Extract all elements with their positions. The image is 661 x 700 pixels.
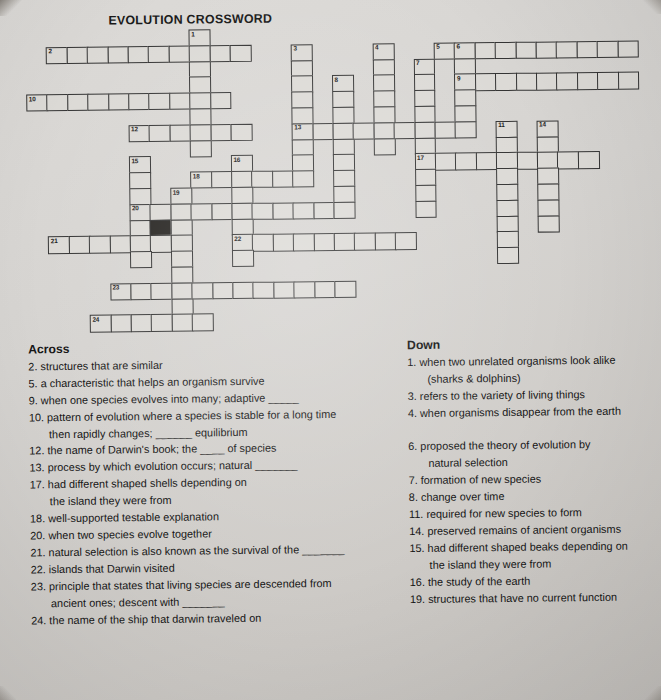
grid-cell[interactable] <box>333 202 355 220</box>
grid-cell[interactable] <box>313 202 335 220</box>
grid-cell[interactable] <box>474 42 496 60</box>
grid-cell[interactable] <box>497 247 519 265</box>
down-clue-15: 15. had different shaped beaks depending… <box>409 537 661 574</box>
clue-number-1: 1 <box>191 31 194 37</box>
down-clue-line: 4. when organisms disappear from the ear… <box>408 402 661 422</box>
grid-cell[interactable] <box>69 236 91 254</box>
grid-cell[interactable]: 2 <box>46 47 68 65</box>
grid-cell[interactable] <box>67 94 89 112</box>
grid-cell[interactable] <box>556 41 578 59</box>
grid-cell[interactable] <box>107 46 129 64</box>
clue-number-6: 6 <box>457 44 460 50</box>
grid-cell[interactable] <box>578 151 600 169</box>
grid-cell[interactable] <box>253 281 275 299</box>
grid-cell[interactable] <box>557 152 579 170</box>
crossword-grid: 123456789101213111415161718192021222324 <box>0 0 661 349</box>
clue-number-9: 9 <box>457 75 460 81</box>
grid-cell[interactable] <box>169 93 191 111</box>
grid-cell[interactable] <box>66 47 88 65</box>
grid-cell[interactable] <box>230 45 252 63</box>
grid-cell[interactable] <box>169 124 191 142</box>
grid-cell[interactable] <box>314 281 336 299</box>
clue-number-24: 24 <box>92 317 99 323</box>
grid-cell[interactable] <box>334 233 356 251</box>
grid-cell[interactable]: 12 <box>129 125 151 143</box>
grid-cell[interactable] <box>251 171 273 189</box>
grid-cell[interactable] <box>210 124 232 142</box>
clue-number-14: 14 <box>539 122 546 128</box>
grid-cell[interactable] <box>191 203 213 221</box>
down-clue-19: 19. structures that have no current func… <box>410 588 661 608</box>
grid-cell[interactable] <box>110 315 132 333</box>
grid-cell[interactable] <box>211 171 233 189</box>
grid-cell[interactable] <box>455 121 477 139</box>
grid-cell[interactable] <box>209 45 231 63</box>
clue-number-20: 20 <box>132 205 139 211</box>
grid-cell[interactable]: 24 <box>90 315 112 333</box>
down-clue-line: 15. had different shaped beaks depending… <box>409 537 661 557</box>
grid-cell[interactable] <box>272 202 294 220</box>
grid-cell[interactable] <box>192 314 214 332</box>
clue-number-15: 15 <box>131 158 138 164</box>
grid-cell[interactable] <box>415 201 437 219</box>
grid-cell[interactable] <box>128 93 150 111</box>
clue-number-2: 2 <box>49 48 52 54</box>
clue-number-21: 21 <box>51 238 58 244</box>
clue-number-17: 17 <box>417 155 424 161</box>
clue-number-7: 7 <box>416 60 419 66</box>
down-clues-list: 1. when two unrelated organisms look ali… <box>407 351 661 607</box>
down-clue-line: 19. structures that have no current func… <box>410 588 661 608</box>
grid-cell[interactable] <box>109 236 131 254</box>
grid-cell[interactable] <box>87 46 109 64</box>
across-clues-list: 2. structures that are similar5. a chara… <box>28 354 405 629</box>
grid-cell[interactable] <box>211 203 233 221</box>
grid-cell[interactable] <box>617 40 639 58</box>
grid-cell[interactable] <box>375 233 397 251</box>
clue-number-13: 13 <box>294 125 301 131</box>
grid-cell[interactable] <box>353 122 375 140</box>
grid-cell[interactable] <box>354 233 376 251</box>
grid-cell[interactable] <box>618 72 640 90</box>
across-clues-column: Across 2. structures that are similar5. … <box>28 337 405 629</box>
grid-cell[interactable] <box>252 234 274 252</box>
grid-cell[interactable] <box>577 72 599 90</box>
grid-cell[interactable] <box>538 215 560 233</box>
grid-cell[interactable] <box>108 93 130 111</box>
grid-cell[interactable] <box>131 314 153 332</box>
clue-number-23: 23 <box>112 285 119 291</box>
across-clue-17: 17. had different shaped shells dependin… <box>30 472 404 510</box>
grid-cell[interactable] <box>597 41 619 59</box>
grid-cell[interactable] <box>476 152 498 170</box>
grid-cell[interactable] <box>128 46 150 64</box>
grid-cell[interactable] <box>149 125 171 143</box>
grid-cell[interactable] <box>252 202 274 220</box>
clue-number-5: 5 <box>436 44 439 50</box>
grid-cell[interactable]: 23 <box>110 283 132 301</box>
clue-number-16: 16 <box>233 157 240 163</box>
clue-number-18: 18 <box>193 173 200 179</box>
grid-cell[interactable] <box>293 202 315 220</box>
grid-cell[interactable] <box>273 234 295 252</box>
grid-cell[interactable] <box>192 282 214 300</box>
paper-sheet: EVOLUTION CROSSWORD 12345678910121311141… <box>0 0 661 700</box>
grid-cell[interactable] <box>231 124 253 142</box>
grid-cell[interactable] <box>294 281 316 299</box>
grid-cell[interactable] <box>212 282 234 300</box>
clue-number-4: 4 <box>375 45 378 51</box>
grid-cell[interactable] <box>495 73 517 91</box>
down-clue-4: 4. when organisms disappear from the ear… <box>408 402 661 422</box>
grid-cell[interactable]: 5 <box>434 42 456 60</box>
clue-number-10: 10 <box>29 96 36 102</box>
grid-cell[interactable] <box>47 94 69 112</box>
grid-cell[interactable] <box>232 250 254 268</box>
grid-cell[interactable] <box>515 41 537 59</box>
grid-cell[interactable] <box>87 94 109 112</box>
grid-cell[interactable] <box>495 42 517 60</box>
grid-cell[interactable]: 18 <box>190 172 212 190</box>
clue-number-22: 22 <box>234 236 241 242</box>
grid-cell[interactable] <box>148 46 170 64</box>
grid-cell[interactable] <box>536 41 558 59</box>
clue-number-19: 19 <box>173 189 180 195</box>
across-clue-line: 24. the name of the ship that darwin tra… <box>31 608 405 629</box>
grid-cell[interactable] <box>516 73 538 91</box>
grid-cell[interactable]: 10 <box>26 94 48 112</box>
grid-cell[interactable] <box>292 170 314 188</box>
grid-cell[interactable] <box>272 171 294 189</box>
grid-cell[interactable] <box>556 73 578 91</box>
grid-cell[interactable] <box>293 234 315 252</box>
grid-cell[interactable] <box>171 314 193 332</box>
grid-cell[interactable] <box>435 121 457 139</box>
clue-number-11: 11 <box>498 122 504 128</box>
grid-cell[interactable] <box>374 138 396 156</box>
grid-cell[interactable] <box>334 280 356 298</box>
grid-cell[interactable] <box>394 122 416 140</box>
grid-cell[interactable] <box>151 314 173 332</box>
grid-cell[interactable] <box>455 153 477 171</box>
grid-cell[interactable] <box>313 233 335 251</box>
down-clues-column: Down 1. when two unrelated organisms loo… <box>407 334 661 607</box>
grid-cell[interactable] <box>151 283 173 301</box>
grid-cell[interactable] <box>190 140 212 158</box>
grid-cell[interactable] <box>273 281 295 299</box>
down-clue-1: 1. when two unrelated organisms look ali… <box>407 351 661 388</box>
grid-cell[interactable] <box>210 92 232 110</box>
grid-cell[interactable] <box>130 251 152 269</box>
across-clue-24: 24. the name of the ship that darwin tra… <box>31 608 405 629</box>
grid-cell[interactable]: 21 <box>48 236 70 254</box>
grid-cell[interactable] <box>395 232 417 250</box>
grid-cell[interactable] <box>130 283 152 301</box>
grid-cell[interactable] <box>168 45 190 63</box>
grid-cell[interactable] <box>536 73 558 91</box>
grid-cell[interactable] <box>597 72 619 90</box>
grid-cell[interactable] <box>516 152 538 170</box>
grid-cell[interactable] <box>89 236 111 254</box>
grid-cell[interactable] <box>435 153 457 171</box>
across-clue-23: 23. principle that states that living sp… <box>31 574 405 612</box>
worksheet-page: EVOLUTION CROSSWORD 12345678910121311141… <box>0 0 661 700</box>
clue-number-8: 8 <box>335 77 338 83</box>
grid-cell[interactable] <box>475 73 497 91</box>
clue-number-12: 12 <box>131 126 138 132</box>
grid-cell[interactable] <box>312 123 334 141</box>
across-clue-10: 10. pattern of evolution where a species… <box>29 405 403 443</box>
down-clue-6: 6. proposed the theory of evolution byna… <box>408 436 661 473</box>
grid-cell[interactable] <box>150 235 172 253</box>
grid-cell[interactable] <box>149 93 171 111</box>
grid-cell[interactable] <box>576 41 598 59</box>
grid-cell[interactable] <box>232 282 254 300</box>
clue-number-3: 3 <box>293 46 296 52</box>
